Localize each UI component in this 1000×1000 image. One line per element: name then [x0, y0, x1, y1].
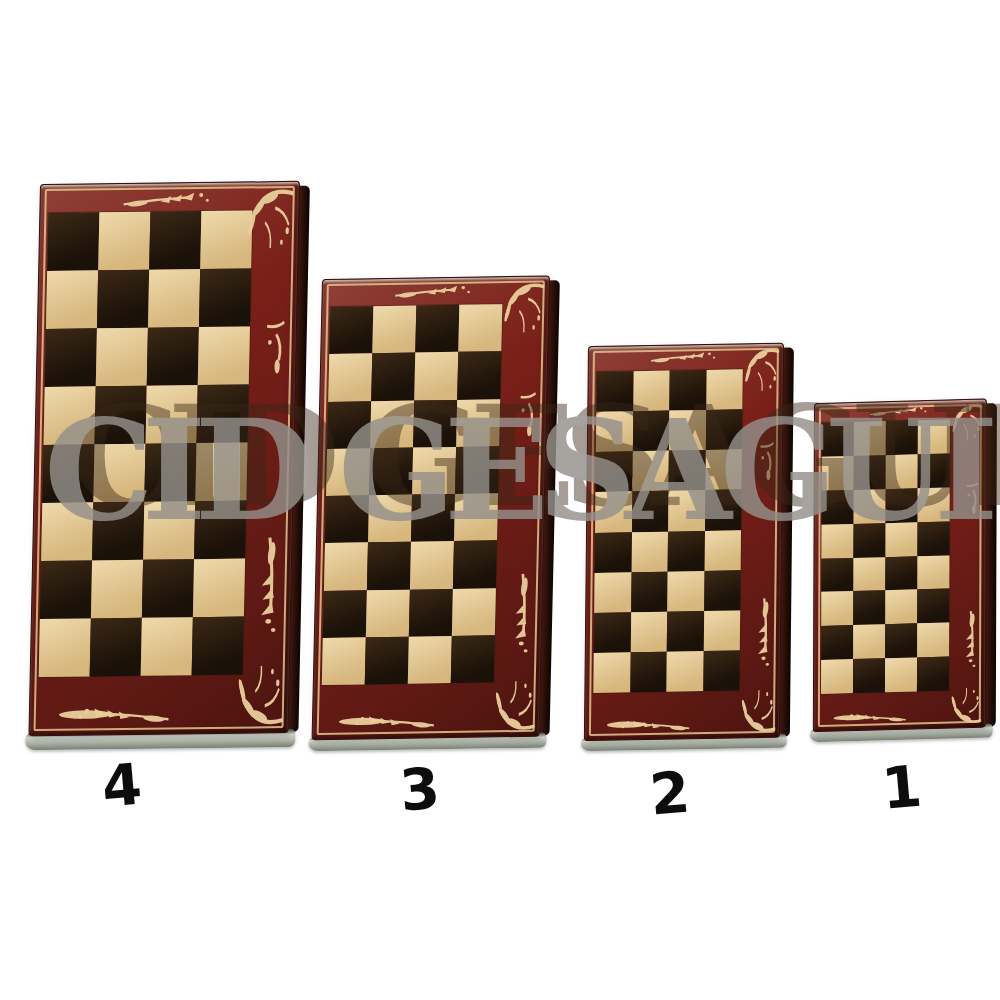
corner-flourish-ornament — [485, 279, 547, 340]
dark-square — [631, 571, 668, 612]
corner-flourish-ornament — [476, 673, 538, 734]
long-leaf-ornament — [833, 714, 869, 722]
light-square — [703, 610, 740, 651]
light-square — [821, 591, 853, 626]
dark-square — [415, 305, 459, 353]
light-square — [96, 328, 148, 387]
dark-square — [885, 556, 917, 591]
light-square — [193, 559, 245, 618]
light-square — [666, 651, 703, 692]
long-leaf-ornament — [338, 716, 386, 727]
light-square — [452, 588, 496, 636]
light-square — [593, 652, 630, 693]
light-square — [821, 659, 853, 694]
light-square — [141, 617, 193, 676]
dark-square — [821, 558, 853, 593]
light-square — [885, 590, 917, 625]
light-square — [39, 618, 91, 677]
dark-square — [323, 590, 367, 638]
dark-square — [704, 570, 741, 611]
vertical-leaf-sprig — [961, 609, 982, 672]
light-square — [198, 326, 250, 385]
corner-flourish-ornament — [216, 657, 287, 729]
leaf-sprig-ornament — [649, 348, 719, 366]
dark-square — [45, 328, 97, 387]
dark-square — [409, 588, 453, 636]
light-square — [594, 572, 631, 613]
size-label-3: 3 — [398, 759, 442, 819]
dark-square — [365, 636, 409, 684]
dark-square — [885, 624, 917, 659]
light-square — [148, 269, 200, 328]
dark-square — [917, 589, 949, 624]
dark-square — [40, 560, 92, 619]
size-label-1: 1 — [880, 757, 924, 817]
corner-flourish-ornament — [226, 185, 297, 257]
vertical-leaf-sprig — [509, 570, 538, 658]
dark-square — [47, 212, 99, 271]
dark-square — [147, 327, 199, 386]
dark-square — [90, 618, 142, 677]
corner-flourish-ornament — [937, 682, 983, 726]
vertical-leaf-sprig — [752, 595, 776, 670]
light-square — [853, 624, 885, 659]
dark-square — [199, 268, 251, 327]
light-square — [98, 212, 150, 271]
leaf-sprig-ornament — [120, 188, 213, 212]
size-label-4: 4 — [100, 755, 144, 815]
dark-square — [149, 211, 201, 270]
long-leaf-ornament — [606, 720, 647, 729]
dark-square — [853, 591, 885, 626]
dark-square — [667, 611, 704, 652]
watermark-text: CID GESAGUI — [44, 402, 987, 540]
corner-flourish-ornament — [725, 683, 778, 735]
light-square — [885, 658, 917, 693]
product-photo-scene: 4 3 2 1 CID GESAGUI — [0, 0, 1000, 1000]
dark-square — [97, 270, 149, 329]
light-square — [853, 557, 885, 592]
long-leaf-ornament — [58, 708, 112, 721]
small-leaf-motif — [260, 319, 292, 380]
light-square — [46, 270, 98, 329]
light-square — [408, 636, 452, 684]
light-square — [372, 306, 416, 354]
dark-square — [821, 625, 853, 660]
dark-square — [630, 652, 667, 693]
light-square — [917, 623, 949, 658]
light-square — [91, 560, 143, 619]
light-square — [667, 571, 704, 612]
dark-square — [142, 559, 194, 618]
dark-square — [594, 612, 631, 653]
light-square — [322, 637, 366, 685]
light-square — [917, 555, 949, 590]
light-square — [630, 611, 667, 652]
leaf-sprig-ornament — [392, 282, 474, 303]
size-label-2: 2 — [648, 763, 692, 823]
dark-square — [329, 306, 373, 354]
dark-square — [853, 658, 885, 693]
light-square — [366, 589, 410, 637]
